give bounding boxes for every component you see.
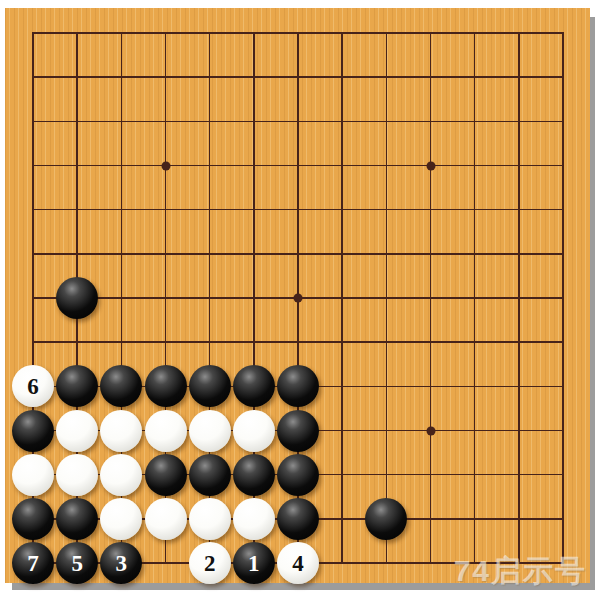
black-stone[interactable] xyxy=(365,498,407,540)
black-stone[interactable] xyxy=(189,454,231,496)
grid-line-vertical xyxy=(430,32,432,564)
white-stone[interactable] xyxy=(145,410,187,452)
black-stone[interactable] xyxy=(189,365,231,407)
star-point xyxy=(161,161,170,170)
white-stone-move-2[interactable]: 2 xyxy=(189,542,231,584)
black-stone-move-7[interactable]: 7 xyxy=(12,542,54,584)
white-stone[interactable] xyxy=(233,410,275,452)
black-stone-move-1[interactable]: 1 xyxy=(233,542,275,584)
black-stone[interactable] xyxy=(12,498,54,540)
black-stone[interactable] xyxy=(56,498,98,540)
star-point xyxy=(294,294,303,303)
grid-line-vertical xyxy=(386,32,388,564)
grid-line-vertical xyxy=(562,32,564,564)
black-stone[interactable] xyxy=(56,277,98,319)
white-stone[interactable] xyxy=(145,498,187,540)
go-diagram: 6753214 74启示号 xyxy=(0,0,600,600)
white-stone-move-6[interactable]: 6 xyxy=(12,365,54,407)
black-stone[interactable] xyxy=(56,365,98,407)
grid-line-vertical xyxy=(341,32,343,564)
move-number-label: 7 xyxy=(27,552,39,575)
white-stone[interactable] xyxy=(12,454,54,496)
move-number-label: 5 xyxy=(71,552,83,575)
move-number-label: 4 xyxy=(292,552,304,575)
grid-line-horizontal xyxy=(32,341,564,343)
move-number-label: 1 xyxy=(248,552,260,575)
black-stone[interactable] xyxy=(277,454,319,496)
white-stone[interactable] xyxy=(56,410,98,452)
white-stone[interactable] xyxy=(56,454,98,496)
black-stone[interactable] xyxy=(233,365,275,407)
white-stone[interactable] xyxy=(100,498,142,540)
black-stone[interactable] xyxy=(277,365,319,407)
grid-line-vertical xyxy=(518,32,520,564)
white-stone[interactable] xyxy=(189,498,231,540)
white-stone[interactable] xyxy=(100,410,142,452)
white-stone[interactable] xyxy=(189,410,231,452)
black-stone[interactable] xyxy=(145,454,187,496)
move-number-label: 6 xyxy=(27,375,39,398)
black-stone[interactable] xyxy=(233,454,275,496)
move-number-label: 2 xyxy=(204,552,216,575)
move-number-label: 3 xyxy=(116,552,128,575)
black-stone[interactable] xyxy=(100,365,142,407)
grid-line-vertical xyxy=(474,32,476,564)
black-stone-move-5[interactable]: 5 xyxy=(56,542,98,584)
black-stone[interactable] xyxy=(277,410,319,452)
white-stone[interactable] xyxy=(233,498,275,540)
white-stone-move-4[interactable]: 4 xyxy=(277,542,319,584)
star-point xyxy=(426,426,435,435)
star-point xyxy=(426,161,435,170)
black-stone[interactable] xyxy=(145,365,187,407)
black-stone[interactable] xyxy=(12,410,54,452)
black-stone-move-3[interactable]: 3 xyxy=(100,542,142,584)
goban[interactable]: 6753214 xyxy=(5,8,590,583)
watermark: 74启示号 xyxy=(454,551,587,592)
white-stone[interactable] xyxy=(100,454,142,496)
black-stone[interactable] xyxy=(277,498,319,540)
